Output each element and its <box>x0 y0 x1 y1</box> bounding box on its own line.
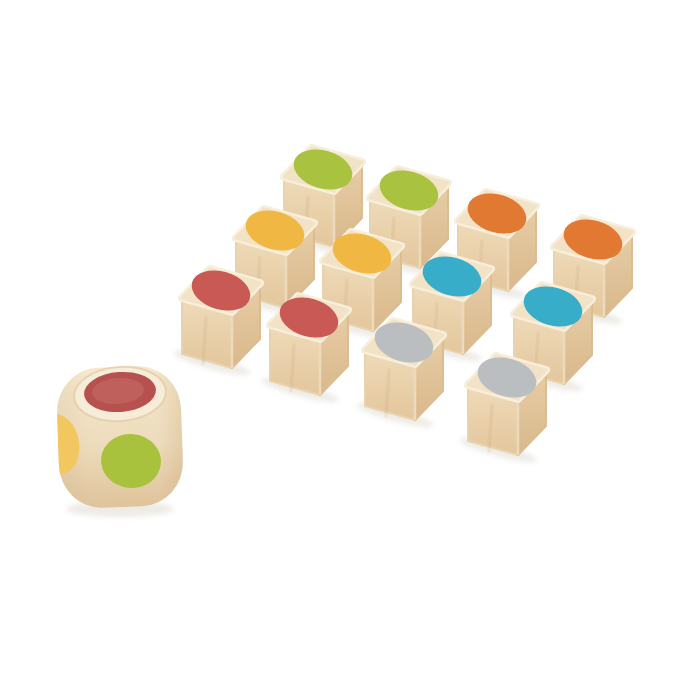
game-scene <box>0 0 700 700</box>
die-layer <box>32 364 184 517</box>
cubes-layer <box>172 143 632 467</box>
memory-cube-red-1[interactable] <box>172 264 260 380</box>
memory-cube-gray-2[interactable] <box>458 351 546 467</box>
color-die[interactable] <box>32 364 184 517</box>
product-photo <box>0 0 700 700</box>
